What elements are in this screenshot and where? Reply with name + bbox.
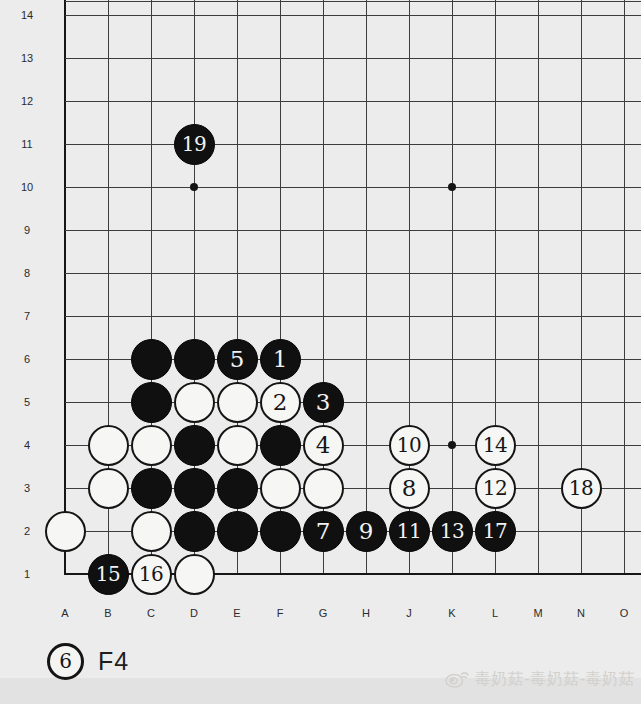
- row-label-6: 6: [12, 352, 42, 366]
- col-label-B: B: [93, 606, 123, 620]
- stone-black-G2: 7: [303, 511, 344, 552]
- col-label-M: M: [523, 606, 553, 620]
- stone-black-E2: [217, 511, 258, 552]
- col-label-E: E: [222, 606, 252, 620]
- stone-white-F3: [260, 468, 301, 509]
- col-label-K: K: [437, 606, 467, 620]
- stone-black-D6: [174, 339, 215, 380]
- stone-black-H2: 9: [346, 511, 387, 552]
- stone-black-E6: 5: [217, 339, 258, 380]
- stone-white-E4: [217, 425, 258, 466]
- watermark: 毒奶菇-毒奶菇-毒奶菇: [444, 666, 635, 692]
- stone-black-F2: [260, 511, 301, 552]
- stone-white-C1: 16: [131, 554, 172, 595]
- stone-black-F4: [260, 425, 301, 466]
- stone-white-F5: 2: [260, 382, 301, 423]
- row-label-13: 13: [12, 51, 42, 65]
- col-label-H: H: [351, 606, 381, 620]
- col-label-L: L: [480, 606, 510, 620]
- stone-white-C2: [131, 511, 172, 552]
- stone-black-C6: [131, 339, 172, 380]
- row-label-2: 2: [12, 524, 42, 538]
- stone-black-E3: [217, 468, 258, 509]
- stone-black-D2: [174, 511, 215, 552]
- stone-black-D11: 19: [174, 124, 215, 165]
- stone-white-D1: [174, 554, 215, 595]
- col-label-A: A: [50, 606, 80, 620]
- stone-black-G5: 3: [303, 382, 344, 423]
- row-label-8: 8: [12, 266, 42, 280]
- row-label-5: 5: [12, 395, 42, 409]
- col-label-N: N: [566, 606, 596, 620]
- col-label-C: C: [136, 606, 166, 620]
- row-label-1: 1: [12, 567, 42, 581]
- caption-point-label: F4: [98, 647, 129, 676]
- stone-white-L4: 14: [475, 425, 516, 466]
- stone-white-B4: [88, 425, 129, 466]
- go-board: 1951234101481218791113171516: [44, 0, 641, 596]
- stone-white-E5: [217, 382, 258, 423]
- col-label-G: G: [308, 606, 338, 620]
- stone-white-G4: 4: [303, 425, 344, 466]
- stone-black-K2: 13: [432, 511, 473, 552]
- col-label-O: O: [609, 606, 639, 620]
- caption-move-number: 6: [59, 651, 72, 671]
- stone-white-N3: 18: [561, 468, 602, 509]
- stone-white-L3: 12: [475, 468, 516, 509]
- stone-white-A2: [45, 511, 86, 552]
- star-point-D10: [190, 183, 198, 191]
- stone-black-D3: [174, 468, 215, 509]
- star-point-K4: [448, 441, 456, 449]
- row-label-11: 11: [12, 137, 42, 151]
- stone-black-L2: 17: [475, 511, 516, 552]
- move-caption: 6 F4: [47, 641, 129, 681]
- row-label-9: 9: [12, 223, 42, 237]
- watermark-text: 毒奶菇-毒奶菇-毒奶菇: [475, 669, 635, 690]
- stone-white-B3: [88, 468, 129, 509]
- star-point-K10: [448, 183, 456, 191]
- col-label-J: J: [394, 606, 424, 620]
- stone-black-C3: [131, 468, 172, 509]
- stone-black-F6: 1: [260, 339, 301, 380]
- stone-black-J2: 11: [389, 511, 430, 552]
- stone-white-C4: [131, 425, 172, 466]
- stone-black-B1: 15: [88, 554, 129, 595]
- stone-white-J3: 8: [389, 468, 430, 509]
- row-label-7: 7: [12, 309, 42, 323]
- caption-white-stone: 6: [47, 643, 84, 680]
- stone-black-D4: [174, 425, 215, 466]
- row-label-12: 12: [12, 94, 42, 108]
- go-diagram-screen: 1234567891011121314ABCDEFGHJKLMNO 195123…: [0, 0, 641, 704]
- row-label-10: 10: [12, 180, 42, 194]
- col-label-D: D: [179, 606, 209, 620]
- row-label-14: 14: [12, 8, 42, 22]
- row-label-4: 4: [12, 438, 42, 452]
- row-label-3: 3: [12, 481, 42, 495]
- weibo-eye-icon: [444, 668, 470, 690]
- stone-white-J4: 10: [389, 425, 430, 466]
- stone-black-C5: [131, 382, 172, 423]
- stone-white-G3: [303, 468, 344, 509]
- stone-white-D5: [174, 382, 215, 423]
- col-label-F: F: [265, 606, 295, 620]
